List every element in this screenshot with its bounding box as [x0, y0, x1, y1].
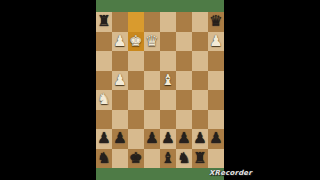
square-e8[interactable]	[144, 149, 160, 169]
square-f3[interactable]	[128, 51, 144, 71]
square-b5[interactable]	[192, 90, 208, 110]
square-h4[interactable]	[96, 71, 112, 91]
recorder-watermark: XRecorder	[209, 169, 252, 177]
square-b1[interactable]	[192, 12, 208, 32]
square-c8[interactable]: ♞	[176, 149, 192, 169]
piece-black-pawn-g7: ♟	[113, 129, 126, 149]
square-e7[interactable]: ♟	[144, 129, 160, 149]
square-a3[interactable]	[208, 51, 224, 71]
square-g8[interactable]	[112, 149, 128, 169]
square-g1[interactable]	[112, 12, 128, 32]
piece-black-rook-b8: ♜	[193, 148, 206, 168]
piece-black-pawn-e7: ♟	[145, 129, 158, 149]
square-d5[interactable]	[160, 90, 176, 110]
square-c6[interactable]	[176, 110, 192, 130]
square-d8[interactable]: ♝	[160, 149, 176, 169]
square-f7[interactable]	[128, 129, 144, 149]
square-f5[interactable]	[128, 90, 144, 110]
piece-white-queen-e2: ♛	[145, 31, 158, 51]
square-b2[interactable]	[192, 32, 208, 52]
square-g2[interactable]: ♟	[112, 32, 128, 52]
square-c1[interactable]	[176, 12, 192, 32]
square-c7[interactable]: ♟	[176, 129, 192, 149]
square-d1[interactable]	[160, 12, 176, 32]
square-e1[interactable]	[144, 12, 160, 32]
square-a1[interactable]: ♛	[208, 12, 224, 32]
square-h5[interactable]: ♞	[96, 90, 112, 110]
piece-black-pawn-c7: ♟	[177, 129, 190, 149]
square-f1[interactable]	[128, 12, 144, 32]
square-d3[interactable]	[160, 51, 176, 71]
piece-white-pawn-a2: ♟	[209, 31, 222, 51]
square-a8[interactable]	[208, 149, 224, 169]
square-d2[interactable]	[160, 32, 176, 52]
square-e2[interactable]: ♛	[144, 32, 160, 52]
square-e3[interactable]	[144, 51, 160, 71]
square-a4[interactable]	[208, 71, 224, 91]
square-h7[interactable]: ♟	[96, 129, 112, 149]
square-d6[interactable]	[160, 110, 176, 130]
square-c4[interactable]	[176, 71, 192, 91]
piece-black-pawn-d7: ♟	[161, 129, 174, 149]
chess-board[interactable]: ♜♛♟♚♛♟♟♝♞♟♟♟♟♟♟♟♞♚♝♞♜	[96, 12, 224, 168]
square-d7[interactable]: ♟	[160, 129, 176, 149]
square-b6[interactable]	[192, 110, 208, 130]
piece-black-bishop-d8: ♝	[161, 148, 174, 168]
square-f2[interactable]: ♚	[128, 32, 144, 52]
square-c3[interactable]	[176, 51, 192, 71]
piece-black-queen-a1: ♛	[209, 12, 222, 32]
square-h6[interactable]	[96, 110, 112, 130]
letterbox-left	[0, 0, 96, 180]
square-e4[interactable]	[144, 71, 160, 91]
square-b8[interactable]: ♜	[192, 149, 208, 169]
square-g4[interactable]: ♟	[112, 71, 128, 91]
square-f4[interactable]	[128, 71, 144, 91]
square-h8[interactable]: ♞	[96, 149, 112, 169]
square-a2[interactable]: ♟	[208, 32, 224, 52]
square-c5[interactable]	[176, 90, 192, 110]
piece-white-king-f2: ♚	[129, 31, 142, 51]
piece-black-knight-c8: ♞	[177, 148, 190, 168]
square-g5[interactable]	[112, 90, 128, 110]
square-g3[interactable]	[112, 51, 128, 71]
square-g7[interactable]: ♟	[112, 129, 128, 149]
piece-black-pawn-b7: ♟	[193, 129, 206, 149]
square-b4[interactable]	[192, 71, 208, 91]
piece-black-king-f8: ♚	[129, 148, 142, 168]
square-d4[interactable]: ♝	[160, 71, 176, 91]
piece-white-pawn-g4: ♟	[113, 70, 126, 90]
square-a7[interactable]: ♟	[208, 129, 224, 149]
square-f8[interactable]: ♚	[128, 149, 144, 169]
square-f6[interactable]	[128, 110, 144, 130]
square-c2[interactable]	[176, 32, 192, 52]
square-h1[interactable]: ♜	[96, 12, 112, 32]
square-a5[interactable]	[208, 90, 224, 110]
square-a6[interactable]	[208, 110, 224, 130]
square-b7[interactable]: ♟	[192, 129, 208, 149]
letterbox-right	[224, 0, 320, 180]
recorded-screen: ♜♛♟♚♛♟♟♝♞♟♟♟♟♟♟♟♞♚♝♞♜	[96, 0, 224, 180]
piece-black-knight-h8: ♞	[97, 148, 110, 168]
square-b3[interactable]	[192, 51, 208, 71]
piece-black-pawn-a7: ♟	[209, 129, 222, 149]
piece-black-pawn-h7: ♟	[97, 129, 110, 149]
video-frame: ♜♛♟♚♛♟♟♝♞♟♟♟♟♟♟♟♞♚♝♞♜ XRecorder	[0, 0, 320, 180]
square-g6[interactable]	[112, 110, 128, 130]
piece-white-bishop-d4: ♝	[161, 70, 174, 90]
square-h3[interactable]	[96, 51, 112, 71]
piece-black-rook-h1: ♜	[97, 12, 110, 32]
square-e6[interactable]	[144, 110, 160, 130]
square-h2[interactable]	[96, 32, 112, 52]
piece-white-pawn-g2: ♟	[113, 31, 126, 51]
square-e5[interactable]	[144, 90, 160, 110]
piece-white-knight-h5: ♞	[97, 90, 110, 110]
